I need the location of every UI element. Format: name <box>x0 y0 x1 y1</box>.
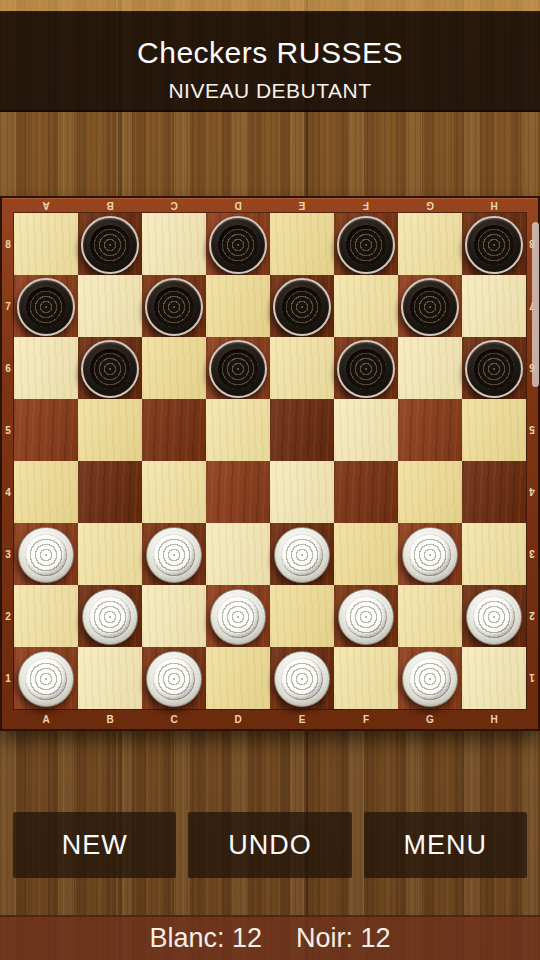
square-d7[interactable] <box>206 275 270 337</box>
white-piece[interactable]: ⛀ <box>274 527 330 583</box>
white-piece-glyph: ⛀ <box>403 528 457 582</box>
square-a2[interactable] <box>14 585 78 647</box>
black-piece[interactable]: ⛂ <box>81 340 139 398</box>
square-e6[interactable] <box>270 337 334 399</box>
white-piece[interactable]: ⛀ <box>466 589 522 645</box>
square-c8[interactable] <box>142 213 206 275</box>
status-bar: Blanc: 12 Noir: 12 <box>0 915 540 960</box>
square-b1[interactable] <box>78 647 142 709</box>
black-count-text: Noir: 12 <box>296 923 391 954</box>
file-label-top-e: E <box>270 198 334 213</box>
white-piece[interactable]: ⛀ <box>338 589 394 645</box>
white-count-text: Blanc: 12 <box>149 923 262 954</box>
black-piece-glyph: ⛂ <box>211 342 265 396</box>
square-g3[interactable]: ⛀ <box>398 523 462 585</box>
square-g5[interactable] <box>398 399 462 461</box>
rank-label-left-4: 4 <box>2 461 14 523</box>
black-piece-glyph: ⛂ <box>19 280 73 334</box>
square-d3[interactable] <box>206 523 270 585</box>
white-piece[interactable]: ⛀ <box>146 527 202 583</box>
square-c3[interactable]: ⛀ <box>142 523 206 585</box>
square-e8[interactable] <box>270 213 334 275</box>
black-piece-glyph: ⛂ <box>339 342 393 396</box>
square-d5[interactable] <box>206 399 270 461</box>
black-piece[interactable]: ⛂ <box>209 340 267 398</box>
rank-label-right-4: 4 <box>526 461 538 523</box>
rank-label-left-8: 8 <box>2 213 14 275</box>
black-piece-glyph: ⛂ <box>83 218 137 272</box>
black-piece-glyph: ⛂ <box>275 280 329 334</box>
file-labels-top: ABCDEFGH <box>2 198 538 213</box>
square-e5[interactable] <box>270 399 334 461</box>
square-f8[interactable]: ⛂ <box>334 213 398 275</box>
black-piece[interactable]: ⛂ <box>273 278 331 336</box>
white-piece-glyph: ⛀ <box>275 528 329 582</box>
square-f1[interactable] <box>334 647 398 709</box>
square-h5[interactable] <box>462 399 526 461</box>
square-g7[interactable]: ⛂ <box>398 275 462 337</box>
square-c1[interactable]: ⛀ <box>142 647 206 709</box>
square-f7[interactable] <box>334 275 398 337</box>
black-piece[interactable]: ⛂ <box>209 216 267 274</box>
black-piece[interactable]: ⛂ <box>145 278 203 336</box>
square-b6[interactable]: ⛂ <box>78 337 142 399</box>
rank-label-right-5: 5 <box>526 399 538 461</box>
white-piece-glyph: ⛀ <box>467 590 521 644</box>
file-label-top-g: G <box>398 198 462 213</box>
white-piece-glyph: ⛀ <box>147 528 201 582</box>
square-e4[interactable] <box>270 461 334 523</box>
square-a6[interactable] <box>14 337 78 399</box>
white-piece[interactable]: ⛀ <box>18 651 74 707</box>
square-g1[interactable]: ⛀ <box>398 647 462 709</box>
square-d8[interactable]: ⛂ <box>206 213 270 275</box>
square-a5[interactable] <box>14 399 78 461</box>
square-a1[interactable]: ⛀ <box>14 647 78 709</box>
square-g4[interactable] <box>398 461 462 523</box>
square-h3[interactable] <box>462 523 526 585</box>
file-label-top-c: C <box>142 198 206 213</box>
square-f6[interactable]: ⛂ <box>334 337 398 399</box>
button-bar: NEW UNDO MENU <box>13 812 527 878</box>
square-a7[interactable]: ⛂ <box>14 275 78 337</box>
black-piece-glyph: ⛂ <box>147 280 201 334</box>
white-piece[interactable]: ⛀ <box>146 651 202 707</box>
square-c4[interactable] <box>142 461 206 523</box>
square-f5[interactable] <box>334 399 398 461</box>
square-h2[interactable]: ⛀ <box>462 585 526 647</box>
square-d2[interactable]: ⛀ <box>206 585 270 647</box>
file-label-top-h: H <box>462 198 526 213</box>
file-label-bottom-b: B <box>78 709 142 729</box>
rank-labels-left: 87654321 <box>2 213 14 709</box>
file-label-top-b: B <box>78 198 142 213</box>
square-a3[interactable]: ⛀ <box>14 523 78 585</box>
black-piece-glyph: ⛂ <box>403 280 457 334</box>
undo-button[interactable]: UNDO <box>188 812 351 878</box>
scrollbar-thumb[interactable] <box>532 222 539 387</box>
white-piece[interactable]: ⛀ <box>402 651 458 707</box>
rank-label-left-1: 1 <box>2 647 14 709</box>
square-h7[interactable] <box>462 275 526 337</box>
white-piece-glyph: ⛀ <box>339 590 393 644</box>
square-a4[interactable] <box>14 461 78 523</box>
rank-label-right-1: 1 <box>526 647 538 709</box>
black-piece-glyph: ⛂ <box>83 342 137 396</box>
square-f3[interactable] <box>334 523 398 585</box>
file-label-top-a: A <box>14 198 78 213</box>
square-b3[interactable] <box>78 523 142 585</box>
black-piece[interactable]: ⛂ <box>401 278 459 336</box>
file-label-bottom-h: H <box>462 709 526 729</box>
square-b4[interactable] <box>78 461 142 523</box>
rank-label-left-2: 2 <box>2 585 14 647</box>
header: Checkers RUSSES NIVEAU DEBUTANT <box>0 11 540 112</box>
black-piece[interactable]: ⛂ <box>465 216 523 274</box>
square-f2[interactable]: ⛀ <box>334 585 398 647</box>
white-piece[interactable]: ⛀ <box>402 527 458 583</box>
white-piece-glyph: ⛀ <box>83 590 137 644</box>
file-label-bottom-a: A <box>14 709 78 729</box>
file-label-bottom-c: C <box>142 709 206 729</box>
file-label-bottom-e: E <box>270 709 334 729</box>
level-subtitle: NIVEAU DEBUTANT <box>168 80 371 101</box>
menu-button[interactable]: MENU <box>364 812 527 878</box>
new-button[interactable]: NEW <box>13 812 176 878</box>
black-piece[interactable]: ⛂ <box>81 216 139 274</box>
white-piece[interactable]: ⛀ <box>82 589 138 645</box>
square-a8[interactable] <box>14 213 78 275</box>
white-piece-glyph: ⛀ <box>403 652 457 706</box>
white-piece[interactable]: ⛀ <box>274 651 330 707</box>
black-piece[interactable]: ⛂ <box>465 340 523 398</box>
board-squares: ⛂⛂⛂⛂⛂⛂⛂⛂⛂⛂⛂⛂⛀⛀⛀⛀⛀⛀⛀⛀⛀⛀⛀⛀ <box>14 213 526 709</box>
checkers-board: ABCDEFGH 87654321 ⛂⛂⛂⛂⛂⛂⛂⛂⛂⛂⛂⛂⛀⛀⛀⛀⛀⛀⛀⛀⛀⛀… <box>0 196 540 731</box>
black-piece-glyph: ⛂ <box>211 218 265 272</box>
rank-label-right-3: 3 <box>526 523 538 585</box>
file-label-bottom-g: G <box>398 709 462 729</box>
square-b5[interactable] <box>78 399 142 461</box>
square-e2[interactable] <box>270 585 334 647</box>
file-label-bottom-d: D <box>206 709 270 729</box>
square-h4[interactable] <box>462 461 526 523</box>
square-b2[interactable]: ⛀ <box>78 585 142 647</box>
square-d4[interactable] <box>206 461 270 523</box>
square-g6[interactable] <box>398 337 462 399</box>
rank-label-left-6: 6 <box>2 337 14 399</box>
black-piece[interactable]: ⛂ <box>337 340 395 398</box>
app-title: Checkers RUSSES <box>137 38 403 68</box>
black-piece[interactable]: ⛂ <box>17 278 75 336</box>
square-c2[interactable] <box>142 585 206 647</box>
white-piece-glyph: ⛀ <box>19 528 73 582</box>
black-piece-glyph: ⛂ <box>339 218 393 272</box>
white-piece-glyph: ⛀ <box>19 652 73 706</box>
square-h8[interactable]: ⛂ <box>462 213 526 275</box>
square-h6[interactable]: ⛂ <box>462 337 526 399</box>
file-label-top-d: D <box>206 198 270 213</box>
square-d6[interactable]: ⛂ <box>206 337 270 399</box>
square-c7[interactable]: ⛂ <box>142 275 206 337</box>
square-f4[interactable] <box>334 461 398 523</box>
black-piece[interactable]: ⛂ <box>337 216 395 274</box>
file-label-top-f: F <box>334 198 398 213</box>
rank-label-right-2: 2 <box>526 585 538 647</box>
rank-label-left-5: 5 <box>2 399 14 461</box>
black-piece-glyph: ⛂ <box>467 342 521 396</box>
white-piece-glyph: ⛀ <box>147 652 201 706</box>
white-piece[interactable]: ⛀ <box>210 589 266 645</box>
square-c5[interactable] <box>142 399 206 461</box>
white-piece[interactable]: ⛀ <box>18 527 74 583</box>
rank-label-left-3: 3 <box>2 523 14 585</box>
file-labels-bottom: ABCDEFGH <box>2 709 538 729</box>
square-e3[interactable]: ⛀ <box>270 523 334 585</box>
square-h1[interactable] <box>462 647 526 709</box>
square-b7[interactable] <box>78 275 142 337</box>
file-label-bottom-f: F <box>334 709 398 729</box>
square-c6[interactable] <box>142 337 206 399</box>
white-piece-glyph: ⛀ <box>211 590 265 644</box>
square-d1[interactable] <box>206 647 270 709</box>
black-piece-glyph: ⛂ <box>467 218 521 272</box>
white-piece-glyph: ⛀ <box>275 652 329 706</box>
square-e1[interactable]: ⛀ <box>270 647 334 709</box>
square-g2[interactable] <box>398 585 462 647</box>
rank-label-left-7: 7 <box>2 275 14 337</box>
square-g8[interactable] <box>398 213 462 275</box>
square-e7[interactable]: ⛂ <box>270 275 334 337</box>
square-b8[interactable]: ⛂ <box>78 213 142 275</box>
